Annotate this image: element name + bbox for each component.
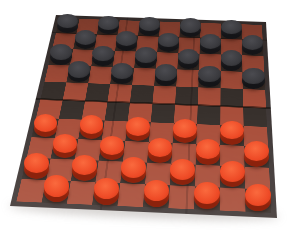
light-square (174, 104, 198, 124)
dark-square (243, 107, 267, 127)
light-square (159, 22, 181, 38)
dark-square (244, 146, 269, 168)
dark-square (115, 35, 138, 51)
dark-square (125, 121, 150, 142)
light-square (132, 68, 156, 86)
light-square (117, 183, 145, 207)
light-square (102, 121, 128, 142)
dark-square (91, 50, 115, 67)
dark-square (245, 189, 271, 213)
light-square (245, 167, 271, 190)
dark-square (151, 104, 175, 124)
dark-square (78, 120, 104, 140)
light-square (196, 124, 220, 145)
light-square (171, 143, 196, 165)
light-square (152, 86, 176, 105)
dark-square (143, 184, 170, 208)
dark-square (85, 83, 110, 102)
light-square (178, 37, 200, 53)
light-square (107, 84, 132, 103)
light-square (220, 187, 246, 211)
dark-square (200, 38, 221, 54)
dark-square (147, 142, 173, 164)
dark-square (194, 186, 220, 210)
light-square (75, 139, 102, 160)
dark-square (157, 37, 179, 53)
light-square (195, 165, 220, 188)
light-square (70, 49, 94, 66)
dark-square (138, 21, 160, 37)
light-square (117, 20, 139, 36)
light-square (244, 126, 268, 147)
dark-square (177, 53, 199, 70)
light-square (82, 101, 108, 121)
dark-square (99, 140, 126, 162)
light-square (145, 163, 171, 186)
dark-square (196, 144, 221, 166)
light-square (221, 71, 243, 89)
light-square (221, 39, 242, 56)
light-square (168, 185, 194, 209)
light-square (136, 36, 159, 52)
checkers-product-photo (0, 0, 290, 239)
dark-square (175, 87, 198, 106)
light-square (94, 34, 117, 50)
light-square (88, 66, 112, 84)
dark-square (134, 51, 157, 68)
light-square (243, 89, 266, 108)
dark-square (170, 164, 196, 187)
light-square (220, 145, 244, 167)
light-square (128, 103, 153, 123)
dark-square (220, 166, 245, 189)
dark-square (105, 102, 130, 122)
light-square (198, 87, 221, 106)
dark-square (221, 54, 243, 71)
dark-square (220, 125, 244, 146)
dark-square (220, 88, 243, 107)
light-square (176, 69, 199, 87)
dark-square (242, 72, 265, 90)
dark-square (197, 105, 220, 125)
light-square (199, 54, 221, 71)
light-square (67, 181, 96, 205)
light-square (113, 51, 136, 68)
light-square (149, 122, 174, 143)
light-square (95, 161, 122, 184)
dark-square (130, 85, 154, 104)
dark-square (221, 24, 242, 40)
dark-square (120, 162, 147, 185)
dark-square (173, 123, 197, 144)
dark-square (73, 34, 97, 50)
light-square (242, 55, 264, 72)
light-square (220, 106, 243, 126)
dark-square (66, 65, 91, 83)
checkers-board (10, 15, 277, 218)
dark-square (92, 182, 120, 206)
light-square (123, 141, 149, 163)
dark-square (71, 160, 99, 183)
light-square (156, 52, 179, 69)
dark-square (110, 67, 134, 85)
dark-square (97, 20, 120, 36)
light-square (241, 24, 262, 40)
dark-square (198, 70, 220, 88)
dark-square (242, 39, 264, 56)
dark-square (154, 69, 177, 87)
dark-square (179, 22, 200, 38)
light-square (200, 23, 221, 39)
light-square (76, 19, 99, 35)
